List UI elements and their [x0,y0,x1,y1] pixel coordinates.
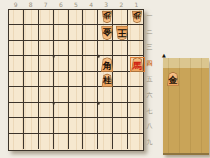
square-95[interactable] [9,72,24,88]
file-label-7: 7 [38,1,53,8]
square-19[interactable] [128,134,143,150]
square-73[interactable] [39,41,54,57]
shogi-board: 歩歩金王角馬桂 [8,9,144,151]
square-37[interactable] [98,103,113,119]
piece-金-in-hand[interactable]: 金 [167,72,179,86]
square-15[interactable] [128,72,143,88]
square-51[interactable] [69,10,84,26]
square-38[interactable] [98,118,113,134]
square-59[interactable] [69,134,84,150]
rank-label-6: 六 [145,87,154,103]
square-77[interactable] [39,103,54,119]
square-39[interactable] [98,134,113,150]
rank-label-8: 八 [145,119,154,135]
square-96[interactable] [9,87,24,103]
piece-歩-3一[interactable]: 歩 [102,11,113,24]
piece-金-3二[interactable]: 金 [101,26,113,40]
square-68[interactable] [54,118,69,134]
square-18[interactable] [128,118,143,134]
square-29[interactable] [113,134,128,150]
rank-label-7: 七 [145,103,154,119]
square-44[interactable] [83,56,98,72]
square-88[interactable] [24,118,39,134]
rank-label-1: 一 [145,9,154,25]
piece-glyph: 歩 [132,11,143,24]
square-53[interactable] [69,41,84,57]
file-label-8: 8 [23,1,38,8]
piece-glyph: 馬 [131,57,144,72]
square-54[interactable] [69,56,84,72]
square-74[interactable] [39,56,54,72]
square-26[interactable] [113,87,128,103]
square-61[interactable] [54,10,69,26]
square-45[interactable] [83,72,98,88]
file-label-5: 5 [68,1,83,8]
square-94[interactable] [9,56,24,72]
hoshi-dot [52,55,55,58]
square-63[interactable] [54,41,69,57]
square-33[interactable] [98,41,113,57]
square-83[interactable] [24,41,39,57]
square-12[interactable] [128,25,143,41]
piece-glyph: 歩 [102,11,113,24]
piece-glyph: 金 [167,72,179,86]
square-24[interactable] [113,56,128,72]
square-28[interactable] [113,118,128,134]
square-23[interactable] [113,41,128,57]
square-89[interactable] [24,134,39,150]
square-56[interactable] [69,87,84,103]
file-label-6: 6 [53,1,68,8]
square-52[interactable] [69,25,84,41]
square-13[interactable] [128,41,143,57]
square-69[interactable] [54,134,69,150]
square-17[interactable] [128,103,143,119]
square-76[interactable] [39,87,54,103]
square-57[interactable] [69,103,84,119]
file-label-1: 1 [129,1,144,8]
shogi-app: 987654321 一二三四五六七八九 歩歩金王角馬桂 ▲ 金 [0,0,210,158]
square-75[interactable] [39,72,54,88]
rank-label-9: 九 [145,135,154,151]
square-47[interactable] [83,103,98,119]
piece-歩-1一[interactable]: 歩 [132,11,143,24]
square-58[interactable] [69,118,84,134]
komadai-sente: 金 [163,58,209,155]
file-label-9: 9 [8,1,23,8]
file-labels: 987654321 [8,1,144,8]
piece-桂-3五[interactable]: 桂 [101,74,113,88]
square-55[interactable] [69,72,84,88]
rank-labels: 一二三四五六七八九 [145,9,154,151]
square-25[interactable] [113,72,128,88]
rank-label-4: 四 [145,56,154,72]
square-87[interactable] [24,103,39,119]
piece-馬-1四[interactable]: 馬 [131,57,144,72]
rank-label-5: 五 [145,72,154,88]
square-49[interactable] [83,134,98,150]
square-46[interactable] [83,87,98,103]
square-99[interactable] [9,134,24,150]
hoshi-dot [52,102,55,105]
square-97[interactable] [9,103,24,119]
square-66[interactable] [54,87,69,103]
piece-王-2二[interactable]: 王 [116,26,129,41]
square-91[interactable] [9,10,24,26]
square-98[interactable] [9,118,24,134]
square-84[interactable] [24,56,39,72]
square-21[interactable] [113,10,128,26]
piece-glyph: 金 [101,26,113,40]
square-42[interactable] [83,25,98,41]
square-93[interactable] [9,41,24,57]
square-43[interactable] [83,41,98,57]
square-92[interactable] [9,25,24,41]
file-label-3: 3 [99,1,114,8]
file-label-2: 2 [114,1,129,8]
square-81[interactable] [24,10,39,26]
rank-label-2: 二 [145,24,154,40]
rank-label-3: 三 [145,40,154,56]
piece-glyph: 桂 [101,74,113,88]
file-label-4: 4 [84,1,99,8]
square-79[interactable] [39,134,54,150]
hoshi-dot [98,102,101,105]
square-27[interactable] [113,103,128,119]
square-85[interactable] [24,72,39,88]
square-48[interactable] [83,118,98,134]
square-82[interactable] [24,25,39,41]
piece-glyph: 角 [101,57,114,72]
piece-glyph: 王 [116,26,129,41]
square-62[interactable] [54,25,69,41]
square-64[interactable] [54,56,69,72]
piece-角-3四[interactable]: 角 [101,57,114,72]
square-78[interactable] [39,118,54,134]
square-72[interactable] [39,25,54,41]
square-36[interactable] [98,87,113,103]
square-67[interactable] [54,103,69,119]
square-16[interactable] [128,87,143,103]
square-71[interactable] [39,10,54,26]
square-65[interactable] [54,72,69,88]
square-86[interactable] [24,87,39,103]
square-41[interactable] [83,10,98,26]
